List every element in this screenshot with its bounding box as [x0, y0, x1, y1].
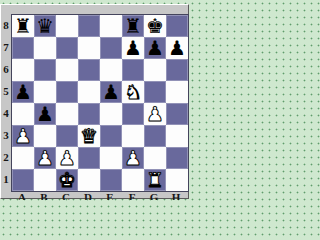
square-h1[interactable] — [166, 169, 188, 191]
square-g2[interactable] — [144, 147, 166, 169]
white-pawn-c2[interactable]: ♟ — [56, 147, 78, 169]
black-queen-b8[interactable]: ♛ — [34, 15, 56, 37]
square-e8[interactable] — [100, 15, 122, 37]
square-e6[interactable] — [100, 59, 122, 81]
square-e5[interactable]: ♟ — [100, 81, 122, 103]
rank-label-6: 6 — [1, 58, 11, 80]
white-pawn-g4[interactable]: ♟ — [144, 103, 166, 125]
square-d2[interactable] — [78, 147, 100, 169]
file-label-c: C — [55, 191, 77, 200]
square-g4[interactable]: ♟ — [144, 103, 166, 125]
square-b6[interactable] — [34, 59, 56, 81]
square-g7[interactable]: ♟ — [144, 37, 166, 59]
square-b3[interactable] — [34, 125, 56, 147]
page-background: { "game": "chess", "position": { "fen": … — [0, 0, 200, 200]
square-d8[interactable] — [78, 15, 100, 37]
square-b2[interactable]: ♟ — [34, 147, 56, 169]
black-rook-f8[interactable]: ♜ — [122, 15, 144, 37]
square-b1[interactable] — [34, 169, 56, 191]
square-a8[interactable]: ♜ — [12, 15, 34, 37]
square-d3[interactable]: ♛ — [78, 125, 100, 147]
square-h6[interactable] — [166, 59, 188, 81]
square-d7[interactable] — [78, 37, 100, 59]
file-label-b: B — [33, 191, 55, 200]
square-f3[interactable] — [122, 125, 144, 147]
square-h2[interactable] — [166, 147, 188, 169]
square-g1[interactable]: ♜ — [144, 169, 166, 191]
square-d5[interactable] — [78, 81, 100, 103]
square-f2[interactable]: ♟ — [122, 147, 144, 169]
square-h5[interactable] — [166, 81, 188, 103]
square-f1[interactable] — [122, 169, 144, 191]
rank-label-3: 3 — [1, 124, 11, 146]
square-b7[interactable] — [34, 37, 56, 59]
square-d6[interactable] — [78, 59, 100, 81]
square-e3[interactable] — [100, 125, 122, 147]
square-h4[interactable] — [166, 103, 188, 125]
black-king-g8[interactable]: ♚ — [144, 15, 166, 37]
white-pawn-a3[interactable]: ♟ — [12, 125, 34, 147]
black-rook-a8[interactable]: ♜ — [12, 15, 34, 37]
square-c3[interactable] — [56, 125, 78, 147]
white-king-c1[interactable]: ♚ — [56, 169, 78, 191]
square-f7[interactable]: ♟ — [122, 37, 144, 59]
square-e7[interactable] — [100, 37, 122, 59]
rank-label-2: 2 — [1, 146, 11, 168]
square-f8[interactable]: ♜ — [122, 15, 144, 37]
square-h7[interactable]: ♟ — [166, 37, 188, 59]
black-pawn-h7[interactable]: ♟ — [166, 37, 188, 59]
black-pawn-g7[interactable]: ♟ — [144, 37, 166, 59]
file-label-e: E — [99, 191, 121, 200]
square-g5[interactable] — [144, 81, 166, 103]
square-a6[interactable] — [12, 59, 34, 81]
rank-label-4: 4 — [1, 102, 11, 124]
white-pawn-f2[interactable]: ♟ — [122, 147, 144, 169]
square-c7[interactable] — [56, 37, 78, 59]
square-d4[interactable] — [78, 103, 100, 125]
square-a3[interactable]: ♟ — [12, 125, 34, 147]
rank-label-7: 7 — [1, 36, 11, 58]
square-f5[interactable]: ♞ — [122, 81, 144, 103]
square-g3[interactable] — [144, 125, 166, 147]
square-g6[interactable] — [144, 59, 166, 81]
white-pawn-b2[interactable]: ♟ — [34, 147, 56, 169]
rank-label-8: 8 — [1, 14, 11, 36]
file-label-f: F — [121, 191, 143, 200]
square-e2[interactable] — [100, 147, 122, 169]
square-c1[interactable]: ♚ — [56, 169, 78, 191]
square-h3[interactable] — [166, 125, 188, 147]
file-label-a: A — [11, 191, 33, 200]
rank-label-5: 5 — [1, 80, 11, 102]
chess-board-frame: 87654321 ♜♛♜♚♟♟♟♟♟♞♟♟♟♛♟♟♟♚♜ ABCDEFGH — [0, 4, 189, 199]
square-b5[interactable] — [34, 81, 56, 103]
black-pawn-b4[interactable]: ♟ — [34, 103, 56, 125]
black-pawn-a5[interactable]: ♟ — [12, 81, 34, 103]
square-c4[interactable] — [56, 103, 78, 125]
square-a5[interactable]: ♟ — [12, 81, 34, 103]
square-a2[interactable] — [12, 147, 34, 169]
black-pawn-f7[interactable]: ♟ — [122, 37, 144, 59]
square-c5[interactable] — [56, 81, 78, 103]
file-label-h: H — [165, 191, 187, 200]
black-pawn-e5[interactable]: ♟ — [100, 81, 122, 103]
square-g8[interactable]: ♚ — [144, 15, 166, 37]
square-c8[interactable] — [56, 15, 78, 37]
square-b8[interactable]: ♛ — [34, 15, 56, 37]
white-queen-d3[interactable]: ♛ — [78, 125, 100, 147]
square-e4[interactable] — [100, 103, 122, 125]
white-knight-f5[interactable]: ♞ — [122, 81, 144, 103]
square-h8[interactable] — [166, 15, 188, 37]
square-b4[interactable]: ♟ — [34, 103, 56, 125]
square-a1[interactable] — [12, 169, 34, 191]
square-a7[interactable] — [12, 37, 34, 59]
file-label-d: D — [77, 191, 99, 200]
square-f4[interactable] — [122, 103, 144, 125]
square-c6[interactable] — [56, 59, 78, 81]
square-e1[interactable] — [100, 169, 122, 191]
square-f6[interactable] — [122, 59, 144, 81]
rank-label-1: 1 — [1, 168, 11, 190]
square-a4[interactable] — [12, 103, 34, 125]
file-label-g: G — [143, 191, 165, 200]
board-grid: ♜♛♜♚♟♟♟♟♟♞♟♟♟♛♟♟♟♚♜ — [11, 14, 189, 192]
white-rook-g1[interactable]: ♜ — [144, 169, 166, 191]
square-c2[interactable]: ♟ — [56, 147, 78, 169]
square-d1[interactable] — [78, 169, 100, 191]
